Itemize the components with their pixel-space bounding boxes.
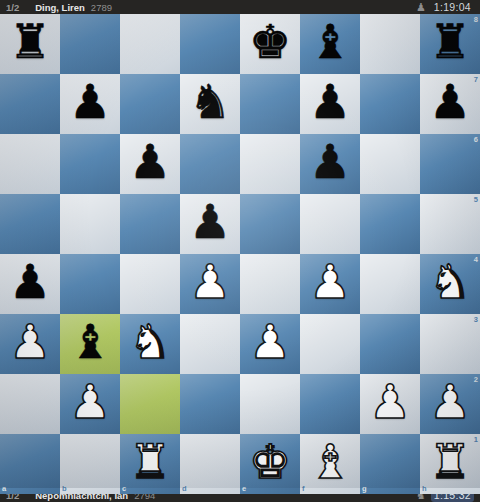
square-a4[interactable]: ♟ [0, 254, 60, 314]
piece-black-pawn[interactable]: ♟ [189, 192, 231, 252]
rank-label-3: 3 [474, 316, 478, 324]
square-a6[interactable] [0, 134, 60, 194]
square-e3[interactable]: ♟ [240, 314, 300, 374]
square-d4[interactable]: ♟ [180, 254, 240, 314]
square-f7[interactable]: ♟ [300, 74, 360, 134]
square-a3[interactable]: ♟ [0, 314, 60, 374]
piece-black-king[interactable]: ♚ [249, 12, 291, 72]
piece-white-pawn[interactable]: ♟ [189, 252, 231, 312]
square-h2[interactable]: ♟2 [420, 374, 480, 434]
square-e7[interactable] [240, 74, 300, 134]
square-b3[interactable]: ♝ [60, 314, 120, 374]
square-h4[interactable]: ♞4 [420, 254, 480, 314]
square-h7[interactable]: ♟7 [420, 74, 480, 134]
square-g6[interactable] [360, 134, 420, 194]
piece-white-knight[interactable]: ♞ [129, 312, 171, 372]
chess-board[interactable]: ♜♚♝♜8♟♞♟♟7♟♟6♟5♟♟♟♞4♟♝♞♟3♟♟♟2ab♜cd♚e♝fg♜… [0, 14, 480, 488]
square-b8[interactable] [60, 14, 120, 74]
square-f2[interactable] [300, 374, 360, 434]
square-e2[interactable] [240, 374, 300, 434]
square-d7[interactable]: ♞ [180, 74, 240, 134]
square-f3[interactable] [300, 314, 360, 374]
piece-white-pawn[interactable]: ♟ [309, 252, 351, 312]
piece-black-pawn[interactable]: ♟ [309, 72, 351, 132]
square-a1[interactable]: a [0, 434, 60, 494]
square-e4[interactable] [240, 254, 300, 314]
square-d1[interactable]: d [180, 434, 240, 494]
square-c3[interactable]: ♞ [120, 314, 180, 374]
square-a5[interactable] [0, 194, 60, 254]
rank-label-5: 5 [474, 196, 478, 204]
top-player-name: Ding, Liren [35, 2, 85, 13]
file-label-b: b [62, 485, 67, 493]
square-f4[interactable]: ♟ [300, 254, 360, 314]
square-f5[interactable] [300, 194, 360, 254]
square-b6[interactable] [60, 134, 120, 194]
piece-white-king[interactable]: ♚ [249, 432, 291, 492]
top-player-score: 1/2 [6, 2, 19, 13]
piece-white-pawn[interactable]: ♟ [369, 372, 411, 432]
piece-black-rook[interactable]: ♜ [429, 12, 471, 72]
piece-black-rook[interactable]: ♜ [9, 12, 51, 72]
rank-label-8: 8 [474, 16, 478, 24]
square-h1[interactable]: ♜h1 [420, 434, 480, 494]
square-b4[interactable] [60, 254, 120, 314]
piece-white-bishop[interactable]: ♝ [309, 432, 351, 492]
square-c2[interactable] [120, 374, 180, 434]
piece-white-rook[interactable]: ♜ [429, 432, 471, 492]
square-c8[interactable] [120, 14, 180, 74]
file-label-g: g [362, 485, 367, 493]
square-d5[interactable]: ♟ [180, 194, 240, 254]
square-c1[interactable]: ♜c [120, 434, 180, 494]
piece-black-bishop[interactable]: ♝ [69, 312, 111, 372]
piece-black-pawn[interactable]: ♟ [429, 72, 471, 132]
piece-black-pawn[interactable]: ♟ [309, 132, 351, 192]
square-f8[interactable]: ♝ [300, 14, 360, 74]
square-h8[interactable]: ♜8 [420, 14, 480, 74]
piece-white-pawn[interactable]: ♟ [9, 312, 51, 372]
square-g7[interactable] [360, 74, 420, 134]
piece-white-knight[interactable]: ♞ [429, 252, 471, 312]
square-a8[interactable]: ♜ [0, 14, 60, 74]
file-label-c: c [122, 485, 126, 493]
piece-white-pawn[interactable]: ♟ [429, 372, 471, 432]
square-b1[interactable]: b [60, 434, 120, 494]
piece-black-pawn[interactable]: ♟ [9, 252, 51, 312]
square-b2[interactable]: ♟ [60, 374, 120, 434]
square-a2[interactable] [0, 374, 60, 434]
rank-label-6: 6 [474, 136, 478, 144]
square-a7[interactable] [0, 74, 60, 134]
square-g2[interactable]: ♟ [360, 374, 420, 434]
piece-black-pawn[interactable]: ♟ [69, 72, 111, 132]
rank-label-1: 1 [474, 436, 478, 444]
rank-label-7: 7 [474, 76, 478, 84]
square-g3[interactable] [360, 314, 420, 374]
square-b5[interactable] [60, 194, 120, 254]
square-d2[interactable] [180, 374, 240, 434]
square-d8[interactable] [180, 14, 240, 74]
file-label-h: h [422, 485, 427, 493]
rank-label-4: 4 [474, 256, 478, 264]
square-h6[interactable]: 6 [420, 134, 480, 194]
piece-white-rook[interactable]: ♜ [129, 432, 171, 492]
square-c5[interactable] [120, 194, 180, 254]
file-label-e: e [242, 485, 246, 493]
square-g4[interactable] [360, 254, 420, 314]
square-e6[interactable] [240, 134, 300, 194]
square-c6[interactable]: ♟ [120, 134, 180, 194]
piece-black-knight[interactable]: ♞ [189, 72, 231, 132]
square-d6[interactable] [180, 134, 240, 194]
square-e5[interactable] [240, 194, 300, 254]
piece-black-pawn[interactable]: ♟ [129, 132, 171, 192]
top-player-rating: 2789 [91, 2, 112, 13]
file-label-f: f [302, 485, 305, 493]
square-g8[interactable] [360, 14, 420, 74]
square-g1[interactable]: g [360, 434, 420, 494]
square-g5[interactable] [360, 194, 420, 254]
piece-white-pawn[interactable]: ♟ [249, 312, 291, 372]
file-label-a: a [2, 485, 6, 493]
file-label-d: d [182, 485, 187, 493]
piece-white-pawn[interactable]: ♟ [69, 372, 111, 432]
square-c7[interactable] [120, 74, 180, 134]
square-h5[interactable]: 5 [420, 194, 480, 254]
top-player-bar: 1/2 Ding, Liren 2789 ♟ 1:19:04 [0, 0, 480, 14]
piece-black-bishop[interactable]: ♝ [309, 12, 351, 72]
square-e1[interactable]: ♚e [240, 434, 300, 494]
square-c4[interactable] [120, 254, 180, 314]
square-f6[interactable]: ♟ [300, 134, 360, 194]
square-h3[interactable]: 3 [420, 314, 480, 374]
square-e8[interactable]: ♚ [240, 14, 300, 74]
rank-label-2: 2 [474, 376, 478, 384]
square-b7[interactable]: ♟ [60, 74, 120, 134]
square-f1[interactable]: ♝f [300, 434, 360, 494]
square-d3[interactable] [180, 314, 240, 374]
pawn-icon: ♟ [416, 2, 426, 13]
